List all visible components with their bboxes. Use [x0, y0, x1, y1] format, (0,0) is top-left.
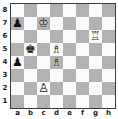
- square-e2[interactable]: [63, 82, 76, 95]
- square-f1[interactable]: [76, 95, 89, 108]
- piece-black-king-b5[interactable]: ♚: [24, 43, 37, 56]
- square-e6[interactable]: [63, 30, 76, 43]
- rank-label-3: 3: [1, 69, 9, 82]
- square-h3[interactable]: [102, 69, 115, 82]
- square-b7[interactable]: [24, 17, 37, 30]
- rank-label-5: 5: [1, 43, 9, 56]
- square-b8[interactable]: [24, 4, 37, 17]
- square-f4[interactable]: [76, 56, 89, 69]
- square-a3[interactable]: [11, 69, 24, 82]
- file-labels: abcdefgh: [11, 109, 115, 118]
- rank-label-6: 6: [1, 30, 9, 43]
- square-a1[interactable]: [11, 95, 24, 108]
- piece-white-king-c7[interactable]: ♔: [37, 17, 50, 30]
- square-c4[interactable]: [37, 56, 50, 69]
- rank-labels: 87654321: [1, 4, 9, 108]
- board: ♟♔♖♚♗♟♗♙: [10, 3, 116, 109]
- file-label-a: a: [11, 109, 24, 118]
- square-d8[interactable]: [50, 4, 63, 17]
- square-h7[interactable]: [102, 17, 115, 30]
- square-f3[interactable]: [76, 69, 89, 82]
- square-f7[interactable]: [76, 17, 89, 30]
- square-h2[interactable]: [102, 82, 115, 95]
- square-d7[interactable]: [50, 17, 63, 30]
- square-c5[interactable]: [37, 43, 50, 56]
- square-d4[interactable]: ♗: [50, 56, 63, 69]
- square-c2[interactable]: ♙: [37, 82, 50, 95]
- square-b1[interactable]: [24, 95, 37, 108]
- square-g3[interactable]: [89, 69, 102, 82]
- square-f5[interactable]: [76, 43, 89, 56]
- rank-label-4: 4: [1, 56, 9, 69]
- square-e7[interactable]: [63, 17, 76, 30]
- file-label-g: g: [89, 109, 102, 118]
- file-label-b: b: [24, 109, 37, 118]
- square-g5[interactable]: [89, 43, 102, 56]
- piece-black-pawn-a7[interactable]: ♟: [11, 17, 24, 30]
- square-e5[interactable]: [63, 43, 76, 56]
- square-c7[interactable]: ♔: [37, 17, 50, 30]
- square-f6[interactable]: [76, 30, 89, 43]
- square-d3[interactable]: [50, 69, 63, 82]
- piece-white-rook-g6[interactable]: ♖: [89, 30, 102, 43]
- square-a4[interactable]: ♟: [11, 56, 24, 69]
- square-b2[interactable]: [24, 82, 37, 95]
- square-h5[interactable]: [102, 43, 115, 56]
- square-g8[interactable]: [89, 4, 102, 17]
- square-c6[interactable]: [37, 30, 50, 43]
- square-g2[interactable]: [89, 82, 102, 95]
- square-b4[interactable]: [24, 56, 37, 69]
- piece-black-pawn-a4[interactable]: ♟: [11, 56, 24, 69]
- rank-label-7: 7: [1, 17, 9, 30]
- square-e8[interactable]: [63, 4, 76, 17]
- square-g6[interactable]: ♖: [89, 30, 102, 43]
- chess-diagram: 87654321 ♟♔♖♚♗♟♗♙ abcdefgh: [0, 0, 118, 119]
- file-label-f: f: [76, 109, 89, 118]
- square-h6[interactable]: [102, 30, 115, 43]
- square-e4[interactable]: [63, 56, 76, 69]
- file-label-d: d: [50, 109, 63, 118]
- square-e1[interactable]: [63, 95, 76, 108]
- square-a6[interactable]: [11, 30, 24, 43]
- square-c1[interactable]: [37, 95, 50, 108]
- square-b3[interactable]: [24, 69, 37, 82]
- file-label-e: e: [63, 109, 76, 118]
- square-h8[interactable]: [102, 4, 115, 17]
- rank-label-2: 2: [1, 82, 9, 95]
- square-b5[interactable]: ♚: [24, 43, 37, 56]
- square-f2[interactable]: [76, 82, 89, 95]
- file-label-h: h: [102, 109, 115, 118]
- rank-label-8: 8: [1, 4, 9, 17]
- square-g4[interactable]: [89, 56, 102, 69]
- square-d1[interactable]: [50, 95, 63, 108]
- square-h4[interactable]: [102, 56, 115, 69]
- piece-white-pawn-c2[interactable]: ♙: [37, 82, 50, 95]
- square-e3[interactable]: [63, 69, 76, 82]
- square-a7[interactable]: ♟: [11, 17, 24, 30]
- piece-white-bishop-d4[interactable]: ♗: [50, 56, 63, 69]
- square-g1[interactable]: [89, 95, 102, 108]
- square-f8[interactable]: [76, 4, 89, 17]
- file-label-c: c: [37, 109, 50, 118]
- rank-label-1: 1: [1, 95, 9, 108]
- square-d2[interactable]: [50, 82, 63, 95]
- square-a2[interactable]: [11, 82, 24, 95]
- square-h1[interactable]: [102, 95, 115, 108]
